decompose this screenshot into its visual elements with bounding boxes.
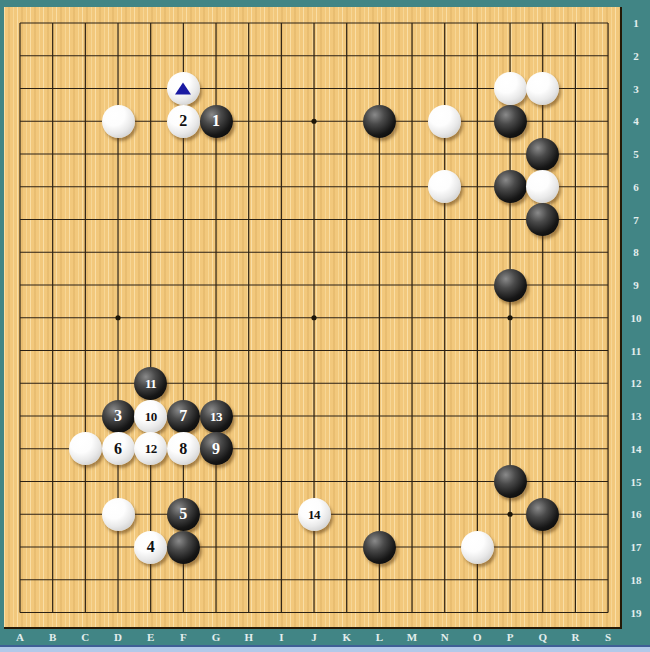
window-bottom-edge xyxy=(0,645,650,652)
stone-F13[interactable]: 7 xyxy=(167,400,200,433)
row-label-19: 19 xyxy=(624,605,648,621)
column-label-F: F xyxy=(173,629,193,645)
move-number-6: 6 xyxy=(102,432,135,465)
row-label-16: 16 xyxy=(624,506,648,522)
row-label-10: 10 xyxy=(624,310,648,326)
stone-Q7[interactable] xyxy=(526,203,559,236)
row-label-15: 15 xyxy=(624,474,648,490)
star-point-P10 xyxy=(507,315,512,320)
stone-O17[interactable] xyxy=(461,531,494,564)
window-frame: 2111310713612895144 ABCDEFGHIJKLMNOPQRS … xyxy=(0,0,650,652)
row-label-4: 4 xyxy=(624,113,648,129)
stone-G14[interactable]: 9 xyxy=(200,432,233,465)
star-point-J10 xyxy=(311,315,316,320)
star-point-J4 xyxy=(311,119,316,124)
move-number-2: 2 xyxy=(167,105,200,138)
stone-G4[interactable]: 1 xyxy=(200,105,233,138)
column-label-N: N xyxy=(435,629,455,645)
row-label-9: 9 xyxy=(624,277,648,293)
move-number-5: 5 xyxy=(167,498,200,531)
column-label-M: M xyxy=(402,629,422,645)
stone-D14[interactable]: 6 xyxy=(102,432,135,465)
row-label-12: 12 xyxy=(624,375,648,391)
move-number-1: 1 xyxy=(200,105,233,138)
column-label-S: S xyxy=(598,629,618,645)
stone-F16[interactable]: 5 xyxy=(167,498,200,531)
stone-P15[interactable] xyxy=(494,465,527,498)
stone-F3[interactable] xyxy=(167,72,200,105)
column-label-E: E xyxy=(141,629,161,645)
stone-E13[interactable]: 10 xyxy=(134,400,167,433)
stone-D13[interactable]: 3 xyxy=(102,400,135,433)
column-label-C: C xyxy=(75,629,95,645)
column-label-R: R xyxy=(565,629,585,645)
stone-P3[interactable] xyxy=(494,72,527,105)
stone-F4[interactable]: 2 xyxy=(167,105,200,138)
triangle-marker-icon xyxy=(175,82,191,94)
column-label-I: I xyxy=(271,629,291,645)
row-label-6: 6 xyxy=(624,179,648,195)
stone-E14[interactable]: 12 xyxy=(134,432,167,465)
row-label-17: 17 xyxy=(624,539,648,555)
column-label-A: A xyxy=(10,629,30,645)
stone-E12[interactable]: 11 xyxy=(134,367,167,400)
move-number-13: 13 xyxy=(200,400,233,433)
row-label-7: 7 xyxy=(624,212,648,228)
stone-D16[interactable] xyxy=(102,498,135,531)
column-label-B: B xyxy=(43,629,63,645)
row-label-14: 14 xyxy=(624,441,648,457)
stone-Q5[interactable] xyxy=(526,138,559,171)
star-point-D10 xyxy=(115,315,120,320)
stone-Q16[interactable] xyxy=(526,498,559,531)
stone-D4[interactable] xyxy=(102,105,135,138)
stone-N4[interactable] xyxy=(428,105,461,138)
stone-F14[interactable]: 8 xyxy=(167,432,200,465)
column-label-K: K xyxy=(337,629,357,645)
move-number-9: 9 xyxy=(200,432,233,465)
row-label-13: 13 xyxy=(624,408,648,424)
row-label-18: 18 xyxy=(624,572,648,588)
stone-P4[interactable] xyxy=(494,105,527,138)
column-label-L: L xyxy=(369,629,389,645)
row-label-1: 1 xyxy=(624,15,648,31)
stone-P6[interactable] xyxy=(494,170,527,203)
column-label-O: O xyxy=(467,629,487,645)
column-label-P: P xyxy=(500,629,520,645)
stone-Q3[interactable] xyxy=(526,72,559,105)
column-label-H: H xyxy=(239,629,259,645)
star-point-P16 xyxy=(507,512,512,517)
row-label-3: 3 xyxy=(624,81,648,97)
row-label-5: 5 xyxy=(624,146,648,162)
move-number-11: 11 xyxy=(134,367,167,400)
board-grid xyxy=(4,7,620,627)
move-number-3: 3 xyxy=(102,400,135,433)
row-label-2: 2 xyxy=(624,48,648,64)
stone-C14[interactable] xyxy=(69,432,102,465)
column-label-D: D xyxy=(108,629,128,645)
row-label-8: 8 xyxy=(624,244,648,260)
stone-P9[interactable] xyxy=(494,269,527,302)
stone-G13[interactable]: 13 xyxy=(200,400,233,433)
stone-E17[interactable]: 4 xyxy=(134,531,167,564)
row-label-11: 11 xyxy=(624,343,648,359)
column-label-G: G xyxy=(206,629,226,645)
stone-L4[interactable] xyxy=(363,105,396,138)
column-label-J: J xyxy=(304,629,324,645)
move-number-12: 12 xyxy=(134,432,167,465)
move-number-10: 10 xyxy=(134,400,167,433)
move-number-4: 4 xyxy=(134,531,167,564)
column-label-Q: Q xyxy=(533,629,553,645)
stone-J16[interactable]: 14 xyxy=(298,498,331,531)
stone-L17[interactable] xyxy=(363,531,396,564)
stone-F17[interactable] xyxy=(167,531,200,564)
go-board[interactable]: 2111310713612895144 xyxy=(4,7,622,629)
move-number-7: 7 xyxy=(167,400,200,433)
move-number-8: 8 xyxy=(167,432,200,465)
move-number-14: 14 xyxy=(298,498,331,531)
